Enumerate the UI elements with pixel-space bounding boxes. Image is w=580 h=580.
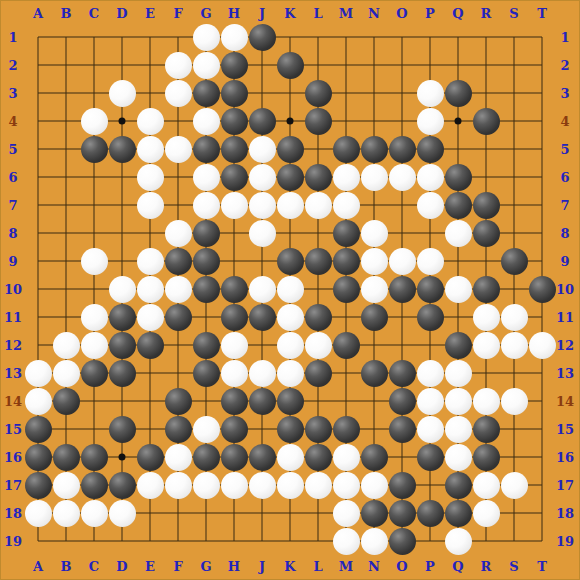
intersection-E11[interactable] — [136, 303, 164, 331]
intersection-Q18[interactable] — [444, 499, 472, 527]
intersection-F12[interactable] — [164, 331, 192, 359]
intersection-H19[interactable] — [220, 527, 248, 555]
intersection-J3[interactable] — [248, 79, 276, 107]
intersection-N7[interactable] — [360, 191, 388, 219]
intersection-S5[interactable] — [500, 135, 528, 163]
intersection-B11[interactable] — [52, 303, 80, 331]
intersection-D16[interactable] — [108, 443, 136, 471]
intersection-R2[interactable] — [472, 51, 500, 79]
intersection-B2[interactable] — [52, 51, 80, 79]
intersection-Q19[interactable] — [444, 527, 472, 555]
intersection-E3[interactable] — [136, 79, 164, 107]
intersection-G10[interactable] — [192, 275, 220, 303]
intersection-J5[interactable] — [248, 135, 276, 163]
intersection-K18[interactable] — [276, 499, 304, 527]
intersection-L11[interactable] — [304, 303, 332, 331]
intersection-D6[interactable] — [108, 163, 136, 191]
intersection-E16[interactable] — [136, 443, 164, 471]
intersection-M16[interactable] — [332, 443, 360, 471]
intersection-K3[interactable] — [276, 79, 304, 107]
intersection-A6[interactable] — [24, 163, 52, 191]
intersection-J10[interactable] — [248, 275, 276, 303]
intersection-J18[interactable] — [248, 499, 276, 527]
intersection-L18[interactable] — [304, 499, 332, 527]
intersection-F3[interactable] — [164, 79, 192, 107]
intersection-M3[interactable] — [332, 79, 360, 107]
intersection-N2[interactable] — [360, 51, 388, 79]
intersection-T10[interactable] — [528, 275, 556, 303]
intersection-L12[interactable] — [304, 331, 332, 359]
intersection-H18[interactable] — [220, 499, 248, 527]
intersection-D4[interactable] — [108, 107, 136, 135]
intersection-L8[interactable] — [304, 219, 332, 247]
intersection-K16[interactable] — [276, 443, 304, 471]
intersection-S18[interactable] — [500, 499, 528, 527]
intersection-L14[interactable] — [304, 387, 332, 415]
intersection-B1[interactable] — [52, 23, 80, 51]
intersection-R13[interactable] — [472, 359, 500, 387]
intersection-F9[interactable] — [164, 247, 192, 275]
intersection-P4[interactable] — [416, 107, 444, 135]
intersection-K8[interactable] — [276, 219, 304, 247]
intersection-N5[interactable] — [360, 135, 388, 163]
intersection-M14[interactable] — [332, 387, 360, 415]
intersection-T7[interactable] — [528, 191, 556, 219]
intersection-A12[interactable] — [24, 331, 52, 359]
intersection-E18[interactable] — [136, 499, 164, 527]
intersection-G5[interactable] — [192, 135, 220, 163]
intersection-O8[interactable] — [388, 219, 416, 247]
intersection-C6[interactable] — [80, 163, 108, 191]
intersection-F17[interactable] — [164, 471, 192, 499]
intersection-A17[interactable] — [24, 471, 52, 499]
intersection-P16[interactable] — [416, 443, 444, 471]
intersection-M19[interactable] — [332, 527, 360, 555]
intersection-K4[interactable] — [276, 107, 304, 135]
intersection-P10[interactable] — [416, 275, 444, 303]
intersection-F8[interactable] — [164, 219, 192, 247]
intersection-T15[interactable] — [528, 415, 556, 443]
intersection-D13[interactable] — [108, 359, 136, 387]
intersection-L1[interactable] — [304, 23, 332, 51]
intersection-T8[interactable] — [528, 219, 556, 247]
intersection-O7[interactable] — [388, 191, 416, 219]
intersection-B7[interactable] — [52, 191, 80, 219]
intersection-K7[interactable] — [276, 191, 304, 219]
intersection-H9[interactable] — [220, 247, 248, 275]
intersection-D17[interactable] — [108, 471, 136, 499]
intersection-P11[interactable] — [416, 303, 444, 331]
intersection-T6[interactable] — [528, 163, 556, 191]
intersection-C9[interactable] — [80, 247, 108, 275]
intersection-G16[interactable] — [192, 443, 220, 471]
intersection-A16[interactable] — [24, 443, 52, 471]
intersection-G3[interactable] — [192, 79, 220, 107]
intersection-M4[interactable] — [332, 107, 360, 135]
intersection-O6[interactable] — [388, 163, 416, 191]
intersection-P3[interactable] — [416, 79, 444, 107]
intersection-S8[interactable] — [500, 219, 528, 247]
intersection-N8[interactable] — [360, 219, 388, 247]
intersection-D19[interactable] — [108, 527, 136, 555]
intersection-G6[interactable] — [192, 163, 220, 191]
intersection-E13[interactable] — [136, 359, 164, 387]
intersection-O12[interactable] — [388, 331, 416, 359]
intersection-E4[interactable] — [136, 107, 164, 135]
intersection-O11[interactable] — [388, 303, 416, 331]
intersection-T14[interactable] — [528, 387, 556, 415]
intersection-M17[interactable] — [332, 471, 360, 499]
intersection-H4[interactable] — [220, 107, 248, 135]
intersection-R16[interactable] — [472, 443, 500, 471]
intersection-O9[interactable] — [388, 247, 416, 275]
intersection-Q15[interactable] — [444, 415, 472, 443]
intersection-M1[interactable] — [332, 23, 360, 51]
intersection-G9[interactable] — [192, 247, 220, 275]
intersection-A5[interactable] — [24, 135, 52, 163]
intersection-G8[interactable] — [192, 219, 220, 247]
intersection-E17[interactable] — [136, 471, 164, 499]
intersection-P18[interactable] — [416, 499, 444, 527]
intersection-A18[interactable] — [24, 499, 52, 527]
intersection-R11[interactable] — [472, 303, 500, 331]
intersection-P9[interactable] — [416, 247, 444, 275]
intersection-H3[interactable] — [220, 79, 248, 107]
intersection-S3[interactable] — [500, 79, 528, 107]
intersection-E8[interactable] — [136, 219, 164, 247]
intersection-S7[interactable] — [500, 191, 528, 219]
intersection-L7[interactable] — [304, 191, 332, 219]
intersection-T12[interactable] — [528, 331, 556, 359]
intersection-R17[interactable] — [472, 471, 500, 499]
intersection-M15[interactable] — [332, 415, 360, 443]
intersection-R18[interactable] — [472, 499, 500, 527]
intersection-P13[interactable] — [416, 359, 444, 387]
intersection-K15[interactable] — [276, 415, 304, 443]
intersection-L10[interactable] — [304, 275, 332, 303]
intersection-H17[interactable] — [220, 471, 248, 499]
intersection-T18[interactable] — [528, 499, 556, 527]
intersection-C3[interactable] — [80, 79, 108, 107]
intersection-D1[interactable] — [108, 23, 136, 51]
intersection-L19[interactable] — [304, 527, 332, 555]
intersection-N14[interactable] — [360, 387, 388, 415]
intersection-J2[interactable] — [248, 51, 276, 79]
intersection-T11[interactable] — [528, 303, 556, 331]
intersection-G2[interactable] — [192, 51, 220, 79]
intersection-M12[interactable] — [332, 331, 360, 359]
intersection-C10[interactable] — [80, 275, 108, 303]
intersection-E12[interactable] — [136, 331, 164, 359]
intersection-Q2[interactable] — [444, 51, 472, 79]
intersection-R7[interactable] — [472, 191, 500, 219]
intersection-Q9[interactable] — [444, 247, 472, 275]
intersection-M18[interactable] — [332, 499, 360, 527]
intersection-B9[interactable] — [52, 247, 80, 275]
intersection-A19[interactable] — [24, 527, 52, 555]
intersection-E5[interactable] — [136, 135, 164, 163]
intersection-R9[interactable] — [472, 247, 500, 275]
intersection-A9[interactable] — [24, 247, 52, 275]
intersection-K2[interactable] — [276, 51, 304, 79]
intersection-J12[interactable] — [248, 331, 276, 359]
intersection-K12[interactable] — [276, 331, 304, 359]
intersection-L17[interactable] — [304, 471, 332, 499]
intersection-F18[interactable] — [164, 499, 192, 527]
intersection-C14[interactable] — [80, 387, 108, 415]
intersection-M7[interactable] — [332, 191, 360, 219]
intersection-J16[interactable] — [248, 443, 276, 471]
intersection-M9[interactable] — [332, 247, 360, 275]
intersection-R5[interactable] — [472, 135, 500, 163]
intersection-G4[interactable] — [192, 107, 220, 135]
intersection-P7[interactable] — [416, 191, 444, 219]
intersection-F16[interactable] — [164, 443, 192, 471]
intersection-H12[interactable] — [220, 331, 248, 359]
intersection-C13[interactable] — [80, 359, 108, 387]
intersection-G17[interactable] — [192, 471, 220, 499]
intersection-J1[interactable] — [248, 23, 276, 51]
intersection-Q17[interactable] — [444, 471, 472, 499]
intersection-F13[interactable] — [164, 359, 192, 387]
intersection-F10[interactable] — [164, 275, 192, 303]
intersection-Q12[interactable] — [444, 331, 472, 359]
intersection-A11[interactable] — [24, 303, 52, 331]
intersection-N11[interactable] — [360, 303, 388, 331]
intersection-E2[interactable] — [136, 51, 164, 79]
intersection-D8[interactable] — [108, 219, 136, 247]
intersection-J14[interactable] — [248, 387, 276, 415]
intersection-H6[interactable] — [220, 163, 248, 191]
intersection-K10[interactable] — [276, 275, 304, 303]
intersection-A8[interactable] — [24, 219, 52, 247]
intersection-G11[interactable] — [192, 303, 220, 331]
intersection-D15[interactable] — [108, 415, 136, 443]
intersection-B17[interactable] — [52, 471, 80, 499]
intersection-R8[interactable] — [472, 219, 500, 247]
intersection-K6[interactable] — [276, 163, 304, 191]
intersection-B13[interactable] — [52, 359, 80, 387]
intersection-N19[interactable] — [360, 527, 388, 555]
intersection-T1[interactable] — [528, 23, 556, 51]
intersection-C2[interactable] — [80, 51, 108, 79]
intersection-B4[interactable] — [52, 107, 80, 135]
intersection-G15[interactable] — [192, 415, 220, 443]
intersection-E6[interactable] — [136, 163, 164, 191]
intersection-A2[interactable] — [24, 51, 52, 79]
intersection-L16[interactable] — [304, 443, 332, 471]
intersection-F1[interactable] — [164, 23, 192, 51]
intersection-D12[interactable] — [108, 331, 136, 359]
intersection-H10[interactable] — [220, 275, 248, 303]
intersection-H8[interactable] — [220, 219, 248, 247]
intersection-Q1[interactable] — [444, 23, 472, 51]
intersection-O14[interactable] — [388, 387, 416, 415]
intersection-G1[interactable] — [192, 23, 220, 51]
intersection-A7[interactable] — [24, 191, 52, 219]
intersection-S16[interactable] — [500, 443, 528, 471]
intersection-N18[interactable] — [360, 499, 388, 527]
intersection-C5[interactable] — [80, 135, 108, 163]
intersection-O15[interactable] — [388, 415, 416, 443]
intersection-D14[interactable] — [108, 387, 136, 415]
intersection-M10[interactable] — [332, 275, 360, 303]
intersection-F2[interactable] — [164, 51, 192, 79]
intersection-T17[interactable] — [528, 471, 556, 499]
intersection-C4[interactable] — [80, 107, 108, 135]
intersection-F19[interactable] — [164, 527, 192, 555]
intersection-C11[interactable] — [80, 303, 108, 331]
intersection-M13[interactable] — [332, 359, 360, 387]
intersection-L5[interactable] — [304, 135, 332, 163]
intersection-N4[interactable] — [360, 107, 388, 135]
intersection-T9[interactable] — [528, 247, 556, 275]
intersection-T3[interactable] — [528, 79, 556, 107]
intersection-K1[interactable] — [276, 23, 304, 51]
intersection-A14[interactable] — [24, 387, 52, 415]
intersection-K19[interactable] — [276, 527, 304, 555]
intersection-C15[interactable] — [80, 415, 108, 443]
intersection-N16[interactable] — [360, 443, 388, 471]
intersection-L9[interactable] — [304, 247, 332, 275]
intersection-P12[interactable] — [416, 331, 444, 359]
intersection-K14[interactable] — [276, 387, 304, 415]
intersection-T19[interactable] — [528, 527, 556, 555]
intersection-A3[interactable] — [24, 79, 52, 107]
intersection-P19[interactable] — [416, 527, 444, 555]
intersection-J6[interactable] — [248, 163, 276, 191]
intersection-P6[interactable] — [416, 163, 444, 191]
intersection-J17[interactable] — [248, 471, 276, 499]
intersection-O17[interactable] — [388, 471, 416, 499]
intersection-S4[interactable] — [500, 107, 528, 135]
intersection-G19[interactable] — [192, 527, 220, 555]
intersection-O2[interactable] — [388, 51, 416, 79]
intersection-C1[interactable] — [80, 23, 108, 51]
intersection-L3[interactable] — [304, 79, 332, 107]
intersection-L6[interactable] — [304, 163, 332, 191]
intersection-E19[interactable] — [136, 527, 164, 555]
intersection-H16[interactable] — [220, 443, 248, 471]
intersection-D3[interactable] — [108, 79, 136, 107]
intersection-N1[interactable] — [360, 23, 388, 51]
intersection-K17[interactable] — [276, 471, 304, 499]
intersection-Q4[interactable] — [444, 107, 472, 135]
intersection-O19[interactable] — [388, 527, 416, 555]
intersection-P8[interactable] — [416, 219, 444, 247]
intersection-T2[interactable] — [528, 51, 556, 79]
intersection-C17[interactable] — [80, 471, 108, 499]
intersection-P14[interactable] — [416, 387, 444, 415]
intersection-S12[interactable] — [500, 331, 528, 359]
intersection-A13[interactable] — [24, 359, 52, 387]
intersection-H7[interactable] — [220, 191, 248, 219]
intersection-J9[interactable] — [248, 247, 276, 275]
intersection-T16[interactable] — [528, 443, 556, 471]
intersection-Q5[interactable] — [444, 135, 472, 163]
intersection-S10[interactable] — [500, 275, 528, 303]
intersection-T5[interactable] — [528, 135, 556, 163]
intersection-E10[interactable] — [136, 275, 164, 303]
intersection-N10[interactable] — [360, 275, 388, 303]
intersection-N17[interactable] — [360, 471, 388, 499]
intersection-L15[interactable] — [304, 415, 332, 443]
intersection-D7[interactable] — [108, 191, 136, 219]
intersection-D9[interactable] — [108, 247, 136, 275]
intersection-G14[interactable] — [192, 387, 220, 415]
intersection-P15[interactable] — [416, 415, 444, 443]
intersection-K11[interactable] — [276, 303, 304, 331]
intersection-R15[interactable] — [472, 415, 500, 443]
intersection-L4[interactable] — [304, 107, 332, 135]
intersection-R14[interactable] — [472, 387, 500, 415]
intersection-A4[interactable] — [24, 107, 52, 135]
intersection-N12[interactable] — [360, 331, 388, 359]
intersection-B3[interactable] — [52, 79, 80, 107]
intersection-P2[interactable] — [416, 51, 444, 79]
intersection-G13[interactable] — [192, 359, 220, 387]
intersection-T13[interactable] — [528, 359, 556, 387]
intersection-B14[interactable] — [52, 387, 80, 415]
intersection-E15[interactable] — [136, 415, 164, 443]
intersection-T4[interactable] — [528, 107, 556, 135]
intersection-N6[interactable] — [360, 163, 388, 191]
intersection-E14[interactable] — [136, 387, 164, 415]
intersection-K9[interactable] — [276, 247, 304, 275]
intersection-S11[interactable] — [500, 303, 528, 331]
intersection-R1[interactable] — [472, 23, 500, 51]
intersection-B18[interactable] — [52, 499, 80, 527]
intersection-Q14[interactable] — [444, 387, 472, 415]
intersection-M6[interactable] — [332, 163, 360, 191]
intersection-N13[interactable] — [360, 359, 388, 387]
intersection-S2[interactable] — [500, 51, 528, 79]
intersection-J7[interactable] — [248, 191, 276, 219]
intersection-P5[interactable] — [416, 135, 444, 163]
intersection-Q13[interactable] — [444, 359, 472, 387]
intersection-Q11[interactable] — [444, 303, 472, 331]
intersection-S6[interactable] — [500, 163, 528, 191]
intersection-S13[interactable] — [500, 359, 528, 387]
intersection-E7[interactable] — [136, 191, 164, 219]
intersection-N9[interactable] — [360, 247, 388, 275]
intersection-S9[interactable] — [500, 247, 528, 275]
intersection-L13[interactable] — [304, 359, 332, 387]
intersection-G18[interactable] — [192, 499, 220, 527]
intersection-F11[interactable] — [164, 303, 192, 331]
intersection-Q7[interactable] — [444, 191, 472, 219]
intersection-B6[interactable] — [52, 163, 80, 191]
intersection-B19[interactable] — [52, 527, 80, 555]
intersection-J15[interactable] — [248, 415, 276, 443]
intersection-O3[interactable] — [388, 79, 416, 107]
intersection-N15[interactable] — [360, 415, 388, 443]
intersection-F14[interactable] — [164, 387, 192, 415]
intersection-B12[interactable] — [52, 331, 80, 359]
intersection-O4[interactable] — [388, 107, 416, 135]
intersection-R10[interactable] — [472, 275, 500, 303]
intersection-E9[interactable] — [136, 247, 164, 275]
intersection-Q10[interactable] — [444, 275, 472, 303]
intersection-D2[interactable] — [108, 51, 136, 79]
intersection-H1[interactable] — [220, 23, 248, 51]
intersection-R12[interactable] — [472, 331, 500, 359]
intersection-S1[interactable] — [500, 23, 528, 51]
intersection-O10[interactable] — [388, 275, 416, 303]
intersection-M11[interactable] — [332, 303, 360, 331]
intersection-R3[interactable] — [472, 79, 500, 107]
intersection-F4[interactable] — [164, 107, 192, 135]
